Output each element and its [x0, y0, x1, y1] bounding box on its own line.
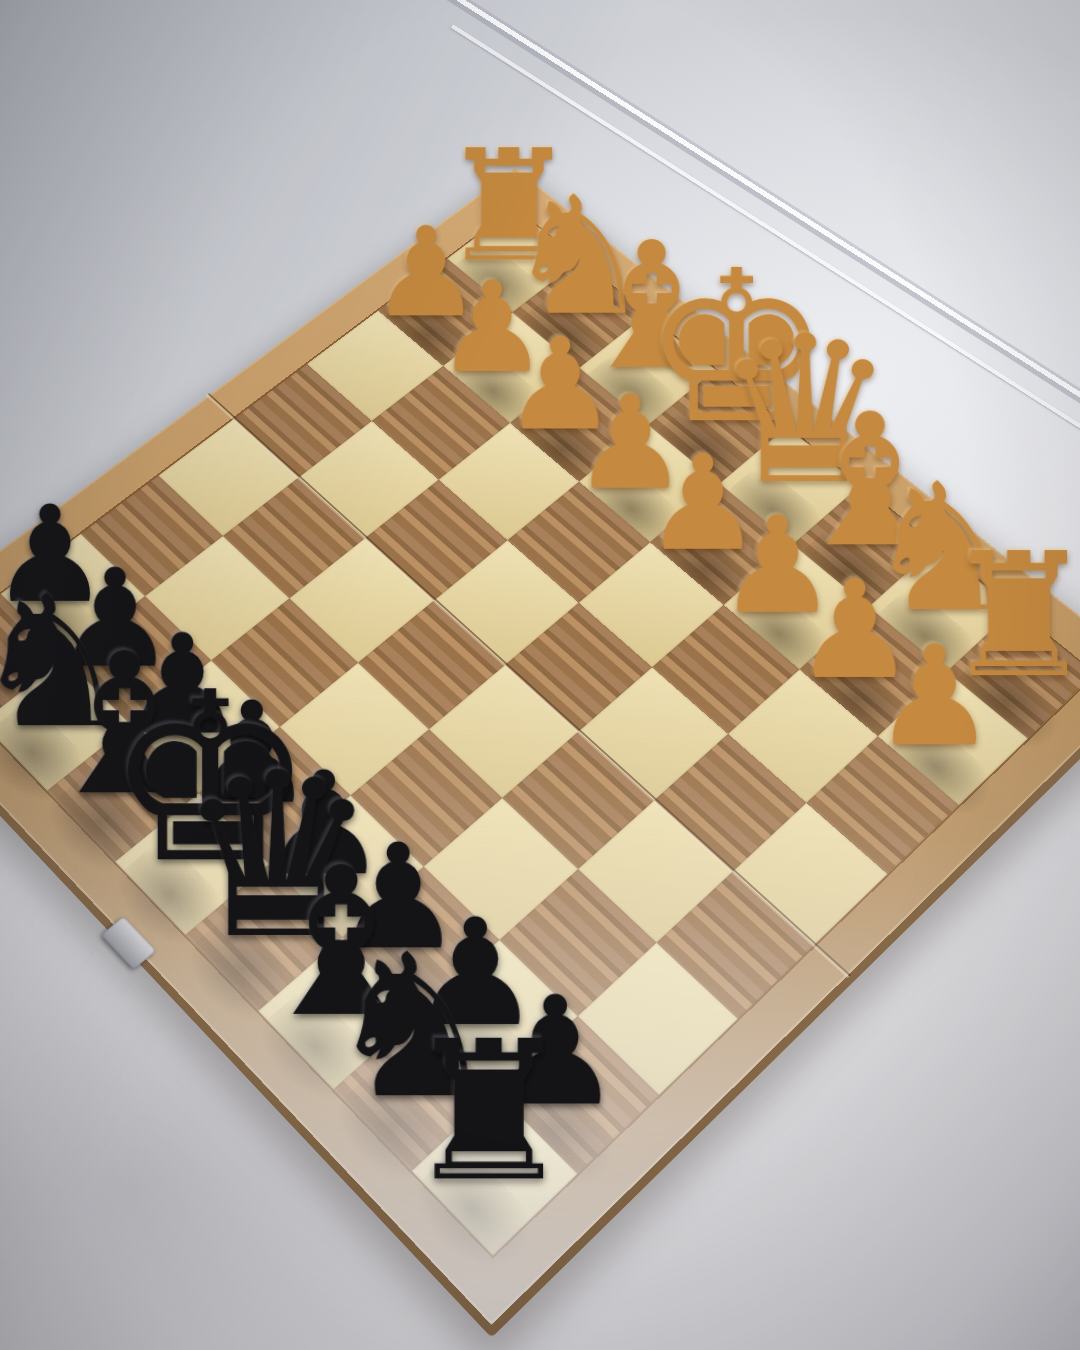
piece-white-pawn-a2[interactable]: ♟: [873, 631, 980, 762]
photo-canvas: ♜♞♝♚♛♝♞♜♟♟♟♟♟♟♟♟♟♟♟♟♟♟♟♟♜♞♝♚♛♝♞♜: [0, 0, 1080, 1350]
chess-board: ♜♞♝♚♛♝♞♜♟♟♟♟♟♟♟♟♟♟♟♟♟♟♟♟♜♞♝♚♛♝♞♜: [0, 168, 1080, 1325]
square-a8[interactable]: ♜: [412, 1092, 578, 1255]
square-d5[interactable]: [429, 665, 578, 798]
piece-black-rook-a8[interactable]: ♜: [403, 1020, 521, 1203]
scene: ♜♞♝♚♛♝♞♜♟♟♟♟♟♟♟♟♟♟♟♟♟♟♟♟♜♞♝♚♛♝♞♜: [0, 0, 1080, 1350]
board-grid: ♜♞♝♚♛♝♞♜♟♟♟♟♟♟♟♟♟♟♟♟♟♟♟♟♜♞♝♚♛♝♞♜: [0, 206, 1080, 1258]
